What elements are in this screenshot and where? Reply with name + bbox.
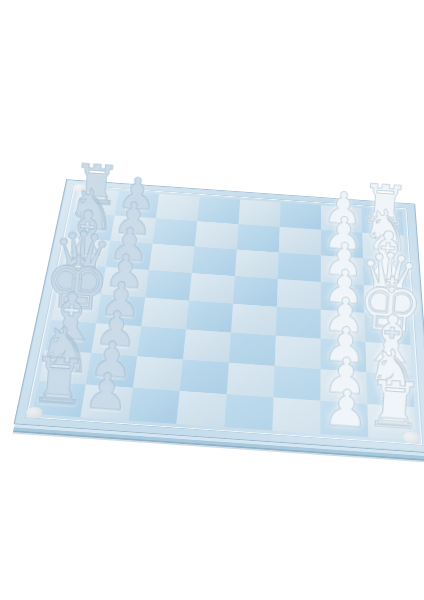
square-r0c5[interactable]: [280, 202, 321, 229]
square-r7c5[interactable]: [272, 398, 320, 434]
square-r0c2[interactable]: [156, 194, 200, 221]
square-r0c3[interactable]: [197, 197, 240, 224]
chess-piece-clear-rook[interactable]: ♜: [28, 348, 89, 415]
square-r7c2[interactable]: [128, 388, 179, 424]
square-r2c5[interactable]: [278, 252, 321, 282]
square-r3c2[interactable]: [145, 270, 192, 301]
chess-piece-frosted-rook[interactable]: ♜: [364, 371, 424, 438]
square-r0c4[interactable]: [238, 200, 280, 227]
square-r6c3[interactable]: [180, 360, 229, 395]
square-r5c5[interactable]: [275, 336, 321, 369]
square-r4c3[interactable]: [186, 301, 233, 333]
square-r1c4[interactable]: [237, 224, 280, 252]
square-r6c5[interactable]: [274, 366, 321, 401]
square-r3c4[interactable]: [233, 276, 278, 307]
square-r7c3[interactable]: [176, 391, 226, 427]
square-r5c3[interactable]: [183, 329, 231, 362]
square-r2c3[interactable]: [192, 247, 237, 276]
square-r3c5[interactable]: [277, 279, 321, 310]
square-r6c4[interactable]: [227, 363, 275, 398]
square-r3c3[interactable]: [189, 273, 235, 304]
chess-piece-frosted-pawn[interactable]: ♟: [322, 382, 370, 435]
chess-board: ♜♟♟♜♞♟♟♞♝♟♟♝♛♟♟♛♚♟♟♚♝♟♟♝♞♟♟♞♜♟♟♜: [14, 179, 424, 453]
square-r4c5[interactable]: [276, 307, 321, 339]
square-r5c4[interactable]: [229, 333, 276, 366]
product-photo-canvas: ♜♟♟♜♞♟♟♞♝♟♟♝♛♟♟♛♚♟♟♚♝♟♟♝♞♟♟♞♜♟♟♜: [0, 0, 424, 600]
square-r7c7[interactable]: ♜: [367, 404, 416, 441]
square-r1c3[interactable]: [195, 221, 239, 249]
square-r1c2[interactable]: [152, 218, 197, 246]
board-3d-scene: ♜♟♟♜♞♟♟♞♝♟♟♝♛♟♟♛♚♟♟♚♝♟♟♝♞♟♟♞♜♟♟♜: [14, 179, 424, 451]
square-r2c4[interactable]: [235, 250, 279, 280]
square-r4c4[interactable]: [231, 304, 277, 336]
square-r5c2[interactable]: [137, 326, 186, 359]
square-r6c2[interactable]: [133, 356, 183, 391]
square-r4c2[interactable]: [141, 298, 189, 330]
square-r7c0[interactable]: ♜: [32, 381, 86, 417]
square-r7c1[interactable]: ♟: [80, 384, 132, 420]
square-r2c2[interactable]: [149, 244, 195, 273]
square-r1c5[interactable]: [279, 227, 321, 255]
square-r7c6[interactable]: ♟: [320, 401, 368, 438]
square-r7c4[interactable]: [224, 394, 273, 430]
chess-piece-clear-pawn[interactable]: ♟: [82, 365, 130, 418]
